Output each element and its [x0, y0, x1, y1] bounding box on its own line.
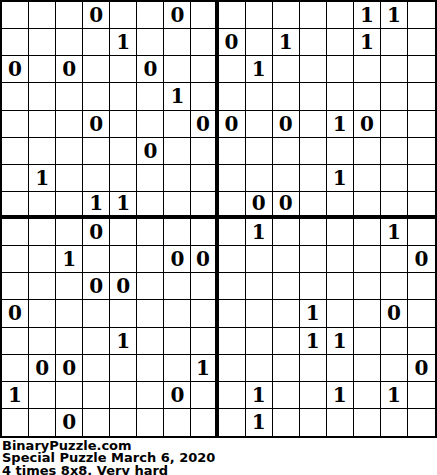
cell-r4c1[interactable] [2, 83, 29, 110]
cell-r11c1[interactable] [2, 273, 29, 300]
cell-r1c9[interactable] [219, 2, 246, 29]
cell-r9c7[interactable] [164, 219, 191, 246]
cell-r12c4[interactable] [83, 300, 110, 327]
cell-r12c7[interactable] [164, 300, 191, 327]
page: 0011101100011000010011110001110000001011… [0, 0, 437, 475]
cell-r14c6[interactable] [137, 355, 164, 382]
cell-r8c10: 0 [246, 192, 273, 219]
cell-r16c2[interactable] [29, 409, 56, 436]
cell-r5c7[interactable] [164, 111, 191, 138]
cell-r10c5[interactable] [110, 246, 137, 273]
cell-r16c4[interactable] [83, 409, 110, 436]
cell-r6c9[interactable] [219, 138, 246, 165]
cell-r7c13: 1 [327, 165, 354, 192]
cell-r14c3: 0 [56, 355, 83, 382]
cell-r6c5[interactable] [110, 138, 137, 165]
cell-r15c10: 1 [246, 382, 273, 409]
cell-r13c4[interactable] [83, 328, 110, 355]
cell-r4c8[interactable] [191, 83, 218, 110]
cell-r14c7[interactable] [164, 355, 191, 382]
cell-r1c15: 1 [381, 2, 408, 29]
cell-r8c11: 0 [273, 192, 300, 219]
cell-r3c1: 0 [2, 56, 29, 83]
puzzle-grid: 0011101100011000010011110001110000001011… [0, 0, 437, 438]
cell-r12c11[interactable] [273, 300, 300, 327]
cell-r16c15[interactable] [381, 409, 408, 436]
cell-r14c14[interactable] [354, 355, 381, 382]
cell-r15c11[interactable] [273, 382, 300, 409]
cell-r1c1[interactable] [2, 2, 29, 29]
cell-r7c2: 1 [29, 165, 56, 192]
cell-r9c12[interactable] [300, 219, 327, 246]
cell-r6c14[interactable] [354, 138, 381, 165]
cell-r1c2[interactable] [29, 2, 56, 29]
cell-r1c14: 1 [354, 2, 381, 29]
cell-r13c9[interactable] [219, 328, 246, 355]
cell-r5c8: 0 [191, 111, 218, 138]
cell-r14c10[interactable] [246, 355, 273, 382]
cell-r11c7[interactable] [164, 273, 191, 300]
cell-r4c6[interactable] [137, 83, 164, 110]
cell-r4c13[interactable] [327, 83, 354, 110]
cell-r13c14[interactable] [354, 328, 381, 355]
cell-r15c16[interactable] [408, 382, 435, 409]
cell-r16c7[interactable] [164, 409, 191, 436]
cell-r2c13[interactable] [327, 29, 354, 56]
cell-r15c2[interactable] [29, 382, 56, 409]
cell-r8c12[interactable] [300, 192, 327, 219]
cell-r4c12[interactable] [300, 83, 327, 110]
cell-r5c4: 0 [83, 111, 110, 138]
cell-r7c16[interactable] [408, 165, 435, 192]
cell-r8c14[interactable] [354, 192, 381, 219]
cell-r5c3[interactable] [56, 111, 83, 138]
cell-r15c3[interactable] [56, 382, 83, 409]
cell-r7c6[interactable] [137, 165, 164, 192]
cell-r5c10[interactable] [246, 111, 273, 138]
cell-r1c8[interactable] [191, 2, 218, 29]
cell-r7c1[interactable] [2, 165, 29, 192]
cell-r8c9[interactable] [219, 192, 246, 219]
cell-r2c9: 0 [219, 29, 246, 56]
cell-r8c5: 1 [110, 192, 137, 219]
cell-r15c6[interactable] [137, 382, 164, 409]
cell-r7c10[interactable] [246, 165, 273, 192]
cell-r4c11[interactable] [273, 83, 300, 110]
cell-r9c2[interactable] [29, 219, 56, 246]
cell-r15c9[interactable] [219, 382, 246, 409]
cell-r13c12: 1 [300, 328, 327, 355]
cell-r2c15[interactable] [381, 29, 408, 56]
cell-r11c6[interactable] [137, 273, 164, 300]
cell-r15c14[interactable] [354, 382, 381, 409]
cell-r6c4[interactable] [83, 138, 110, 165]
cell-r9c3[interactable] [56, 219, 83, 246]
cell-r10c10[interactable] [246, 246, 273, 273]
cell-r6c3[interactable] [56, 138, 83, 165]
cell-r9c14[interactable] [354, 219, 381, 246]
cell-r6c10[interactable] [246, 138, 273, 165]
cell-r9c13[interactable] [327, 219, 354, 246]
cell-r2c5: 1 [110, 29, 137, 56]
cell-r12c9[interactable] [219, 300, 246, 327]
cell-r1c11[interactable] [273, 2, 300, 29]
cell-r8c6[interactable] [137, 192, 164, 219]
cell-r4c4[interactable] [83, 83, 110, 110]
cell-r3c4[interactable] [83, 56, 110, 83]
cell-r3c16[interactable] [408, 56, 435, 83]
cell-r6c13[interactable] [327, 138, 354, 165]
cell-r2c1[interactable] [2, 29, 29, 56]
cell-r11c13[interactable] [327, 273, 354, 300]
puzzle-spec: 4 times 8x8, Very hard [2, 465, 437, 475]
cell-r3c2[interactable] [29, 56, 56, 83]
cell-r7c11[interactable] [273, 165, 300, 192]
cell-r13c5: 1 [110, 328, 137, 355]
cell-r2c16[interactable] [408, 29, 435, 56]
cell-r16c11[interactable] [273, 409, 300, 436]
cell-r3c6: 0 [137, 56, 164, 83]
cell-r10c3: 1 [56, 246, 83, 273]
cell-r4c10[interactable] [246, 83, 273, 110]
cell-r4c16[interactable] [408, 83, 435, 110]
cell-r7c9[interactable] [219, 165, 246, 192]
cell-r12c13[interactable] [327, 300, 354, 327]
cell-r2c7[interactable] [164, 29, 191, 56]
cell-r16c10: 1 [246, 409, 273, 436]
cell-r7c8[interactable] [191, 165, 218, 192]
cell-r5c6[interactable] [137, 111, 164, 138]
cell-r13c15[interactable] [381, 328, 408, 355]
cell-r8c16[interactable] [408, 192, 435, 219]
cell-r8c8[interactable] [191, 192, 218, 219]
cell-r5c1[interactable] [2, 111, 29, 138]
cell-r15c5[interactable] [110, 382, 137, 409]
cell-r16c14[interactable] [354, 409, 381, 436]
cell-r1c13[interactable] [327, 2, 354, 29]
cell-r8c13[interactable] [327, 192, 354, 219]
cell-r6c1[interactable] [2, 138, 29, 165]
cell-r1c10[interactable] [246, 2, 273, 29]
cell-r7c3[interactable] [56, 165, 83, 192]
cell-r5c12[interactable] [300, 111, 327, 138]
cell-r15c7: 0 [164, 382, 191, 409]
cell-r10c7: 0 [164, 246, 191, 273]
cell-r13c11[interactable] [273, 328, 300, 355]
cell-r5c5[interactable] [110, 111, 137, 138]
cell-r11c16[interactable] [408, 273, 435, 300]
cell-r3c13[interactable] [327, 56, 354, 83]
cell-r13c6[interactable] [137, 328, 164, 355]
cell-r1c6[interactable] [137, 2, 164, 29]
cell-r14c9[interactable] [219, 355, 246, 382]
cell-r9c8[interactable] [191, 219, 218, 246]
cell-r16c3: 0 [56, 409, 83, 436]
cell-r9c9[interactable] [219, 219, 246, 246]
cell-r10c6[interactable] [137, 246, 164, 273]
cell-r9c6[interactable] [137, 219, 164, 246]
cell-r15c8[interactable] [191, 382, 218, 409]
cell-r3c14[interactable] [354, 56, 381, 83]
cell-r3c10: 1 [246, 56, 273, 83]
cell-r15c4[interactable] [83, 382, 110, 409]
cell-r13c7[interactable] [164, 328, 191, 355]
cell-r12c1: 0 [2, 300, 29, 327]
cell-r8c4: 1 [83, 192, 110, 219]
cell-r14c11[interactable] [273, 355, 300, 382]
cell-r9c10: 1 [246, 219, 273, 246]
cell-r3c15[interactable] [381, 56, 408, 83]
cell-r7c7[interactable] [164, 165, 191, 192]
cell-r6c2[interactable] [29, 138, 56, 165]
cell-r1c3[interactable] [56, 2, 83, 29]
cell-r10c9[interactable] [219, 246, 246, 273]
cell-r1c12[interactable] [300, 2, 327, 29]
cell-r4c2[interactable] [29, 83, 56, 110]
cell-r11c14[interactable] [354, 273, 381, 300]
cell-r6c8[interactable] [191, 138, 218, 165]
cell-r7c14[interactable] [354, 165, 381, 192]
cell-r3c7[interactable] [164, 56, 191, 83]
cell-r5c9: 0 [219, 111, 246, 138]
cell-r9c5[interactable] [110, 219, 137, 246]
cell-r16c8[interactable] [191, 409, 218, 436]
cell-r15c13: 1 [327, 382, 354, 409]
cell-r11c9[interactable] [219, 273, 246, 300]
cell-r2c4[interactable] [83, 29, 110, 56]
cell-r5c11: 0 [273, 111, 300, 138]
cell-r7c15[interactable] [381, 165, 408, 192]
cell-r1c7: 0 [164, 2, 191, 29]
cell-r5c13: 1 [327, 111, 354, 138]
cell-r12c16[interactable] [408, 300, 435, 327]
cell-r4c5[interactable] [110, 83, 137, 110]
cell-r10c15[interactable] [381, 246, 408, 273]
cell-r2c2[interactable] [29, 29, 56, 56]
cell-r10c12[interactable] [300, 246, 327, 273]
cell-r12c2[interactable] [29, 300, 56, 327]
cell-r2c14: 1 [354, 29, 381, 56]
cell-r11c10[interactable] [246, 273, 273, 300]
cell-r12c10[interactable] [246, 300, 273, 327]
cell-r8c3[interactable] [56, 192, 83, 219]
cell-r2c10[interactable] [246, 29, 273, 56]
cell-r6c6: 0 [137, 138, 164, 165]
cell-r3c11[interactable] [273, 56, 300, 83]
cell-r7c5[interactable] [110, 165, 137, 192]
cell-r5c16[interactable] [408, 111, 435, 138]
cell-r12c15: 0 [381, 300, 408, 327]
cell-r3c9[interactable] [219, 56, 246, 83]
cell-r1c16[interactable] [408, 2, 435, 29]
cell-r7c12[interactable] [300, 165, 327, 192]
cell-r11c3[interactable] [56, 273, 83, 300]
cell-r10c13[interactable] [327, 246, 354, 273]
cell-r14c2: 0 [29, 355, 56, 382]
cell-r1c4: 0 [83, 2, 110, 29]
cell-r14c13[interactable] [327, 355, 354, 382]
cell-r12c8[interactable] [191, 300, 218, 327]
cell-r4c3[interactable] [56, 83, 83, 110]
cell-r2c11: 1 [273, 29, 300, 56]
cell-r7c4[interactable] [83, 165, 110, 192]
cell-r15c1: 1 [2, 382, 29, 409]
cell-r6c7[interactable] [164, 138, 191, 165]
cell-r16c6[interactable] [137, 409, 164, 436]
cell-r4c7: 1 [164, 83, 191, 110]
cell-r10c1[interactable] [2, 246, 29, 273]
cell-r12c12: 1 [300, 300, 327, 327]
cell-r14c8: 1 [191, 355, 218, 382]
cell-r9c11[interactable] [273, 219, 300, 246]
cell-r3c5[interactable] [110, 56, 137, 83]
cell-r9c1[interactable] [2, 219, 29, 246]
cell-r14c12[interactable] [300, 355, 327, 382]
cell-r9c16[interactable] [408, 219, 435, 246]
cell-r11c5: 0 [110, 273, 137, 300]
cell-r8c7[interactable] [164, 192, 191, 219]
cell-r11c8[interactable] [191, 273, 218, 300]
cell-r16c5[interactable] [110, 409, 137, 436]
cell-r14c16: 0 [408, 355, 435, 382]
cell-r13c8[interactable] [191, 328, 218, 355]
cell-r11c11[interactable] [273, 273, 300, 300]
cell-r16c13[interactable] [327, 409, 354, 436]
cell-r13c2[interactable] [29, 328, 56, 355]
cell-r5c2[interactable] [29, 111, 56, 138]
cell-r10c2[interactable] [29, 246, 56, 273]
cell-r2c3[interactable] [56, 29, 83, 56]
cell-r5c14: 0 [354, 111, 381, 138]
cell-r3c8[interactable] [191, 56, 218, 83]
cell-r12c6[interactable] [137, 300, 164, 327]
cell-r12c5[interactable] [110, 300, 137, 327]
cell-r6c15[interactable] [381, 138, 408, 165]
cell-r13c13: 1 [327, 328, 354, 355]
cell-r2c6[interactable] [137, 29, 164, 56]
cell-r4c15[interactable] [381, 83, 408, 110]
cell-r5c15[interactable] [381, 111, 408, 138]
cell-r9c4: 0 [83, 219, 110, 246]
cell-r13c10[interactable] [246, 328, 273, 355]
cell-r2c12[interactable] [300, 29, 327, 56]
cell-r13c1[interactable] [2, 328, 29, 355]
cell-r8c1[interactable] [2, 192, 29, 219]
cell-r12c3[interactable] [56, 300, 83, 327]
cell-r4c14[interactable] [354, 83, 381, 110]
cell-r10c14[interactable] [354, 246, 381, 273]
cell-r10c8: 0 [191, 246, 218, 273]
cell-r8c2[interactable] [29, 192, 56, 219]
cell-r14c5[interactable] [110, 355, 137, 382]
cell-r15c15: 1 [381, 382, 408, 409]
cell-r2c8[interactable] [191, 29, 218, 56]
cell-r11c12[interactable] [300, 273, 327, 300]
cell-r6c12[interactable] [300, 138, 327, 165]
caption: BinaryPuzzle.com Special Puzzle March 6,… [0, 438, 437, 475]
cell-r16c1[interactable] [2, 409, 29, 436]
cell-r13c3[interactable] [56, 328, 83, 355]
cell-r16c9[interactable] [219, 409, 246, 436]
cell-r13c16[interactable] [408, 328, 435, 355]
cell-r6c11[interactable] [273, 138, 300, 165]
cell-r6c16[interactable] [408, 138, 435, 165]
cell-r9c15: 1 [381, 219, 408, 246]
cell-r14c15[interactable] [381, 355, 408, 382]
cell-r11c2[interactable] [29, 273, 56, 300]
cell-r10c11[interactable] [273, 246, 300, 273]
cell-r12c14[interactable] [354, 300, 381, 327]
cell-r11c15[interactable] [381, 273, 408, 300]
cell-r3c3: 0 [56, 56, 83, 83]
cell-r11c4: 0 [83, 273, 110, 300]
cell-r16c12[interactable] [300, 409, 327, 436]
cell-r16c16[interactable] [408, 409, 435, 436]
cell-r3c12[interactable] [300, 56, 327, 83]
cell-r4c9[interactable] [219, 83, 246, 110]
cell-r8c15[interactable] [381, 192, 408, 219]
cell-r10c4[interactable] [83, 246, 110, 273]
cell-r15c12[interactable] [300, 382, 327, 409]
cell-r14c4[interactable] [83, 355, 110, 382]
cell-r1c5[interactable] [110, 2, 137, 29]
cell-r14c1[interactable] [2, 355, 29, 382]
cell-r10c16: 0 [408, 246, 435, 273]
